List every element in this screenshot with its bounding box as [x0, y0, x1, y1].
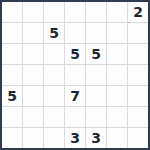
empty-cell-r1c3[interactable] [65, 23, 85, 43]
clue-cell-r0c6: 2 [128, 2, 148, 22]
empty-cell-r0c0[interactable] [2, 2, 22, 22]
clue-cell-r4c3: 7 [65, 86, 85, 106]
puzzle-board: 25555733 [0, 0, 150, 150]
empty-cell-r4c4[interactable] [86, 86, 106, 106]
empty-cell-r1c6[interactable] [128, 23, 148, 43]
empty-cell-r5c3[interactable] [65, 107, 85, 127]
clue-cell-r2c4: 5 [86, 44, 106, 64]
empty-cell-r0c2[interactable] [44, 2, 64, 22]
empty-cell-r6c0[interactable] [2, 128, 22, 148]
empty-cell-r3c1[interactable] [23, 65, 43, 85]
empty-cell-r1c0[interactable] [2, 23, 22, 43]
empty-cell-r0c4[interactable] [86, 2, 106, 22]
empty-cell-r3c4[interactable] [86, 65, 106, 85]
empty-cell-r2c1[interactable] [23, 44, 43, 64]
empty-cell-r5c4[interactable] [86, 107, 106, 127]
empty-cell-r6c1[interactable] [23, 128, 43, 148]
empty-cell-r0c3[interactable] [65, 2, 85, 22]
empty-cell-r5c2[interactable] [44, 107, 64, 127]
empty-cell-r3c3[interactable] [65, 65, 85, 85]
empty-cell-r5c5[interactable] [107, 107, 127, 127]
empty-cell-r4c6[interactable] [128, 86, 148, 106]
empty-cell-r5c1[interactable] [23, 107, 43, 127]
empty-cell-r6c2[interactable] [44, 128, 64, 148]
empty-cell-r2c5[interactable] [107, 44, 127, 64]
clue-cell-r1c2: 5 [44, 23, 64, 43]
empty-cell-r3c6[interactable] [128, 65, 148, 85]
empty-cell-r5c0[interactable] [2, 107, 22, 127]
empty-cell-r4c2[interactable] [44, 86, 64, 106]
clue-cell-r6c4: 3 [86, 128, 106, 148]
clue-cell-r4c0: 5 [2, 86, 22, 106]
empty-cell-r0c5[interactable] [107, 2, 127, 22]
empty-cell-r0c1[interactable] [23, 2, 43, 22]
empty-cell-r1c4[interactable] [86, 23, 106, 43]
empty-cell-r3c5[interactable] [107, 65, 127, 85]
empty-cell-r6c6[interactable] [128, 128, 148, 148]
empty-cell-r1c5[interactable] [107, 23, 127, 43]
clue-cell-r6c3: 3 [65, 128, 85, 148]
empty-cell-r2c6[interactable] [128, 44, 148, 64]
empty-cell-r2c0[interactable] [2, 44, 22, 64]
empty-cell-r3c2[interactable] [44, 65, 64, 85]
empty-cell-r3c0[interactable] [2, 65, 22, 85]
empty-cell-r4c1[interactable] [23, 86, 43, 106]
empty-cell-r2c2[interactable] [44, 44, 64, 64]
empty-cell-r5c6[interactable] [128, 107, 148, 127]
empty-cell-r4c5[interactable] [107, 86, 127, 106]
empty-cell-r6c5[interactable] [107, 128, 127, 148]
empty-cell-r1c1[interactable] [23, 23, 43, 43]
clue-cell-r2c3: 5 [65, 44, 85, 64]
